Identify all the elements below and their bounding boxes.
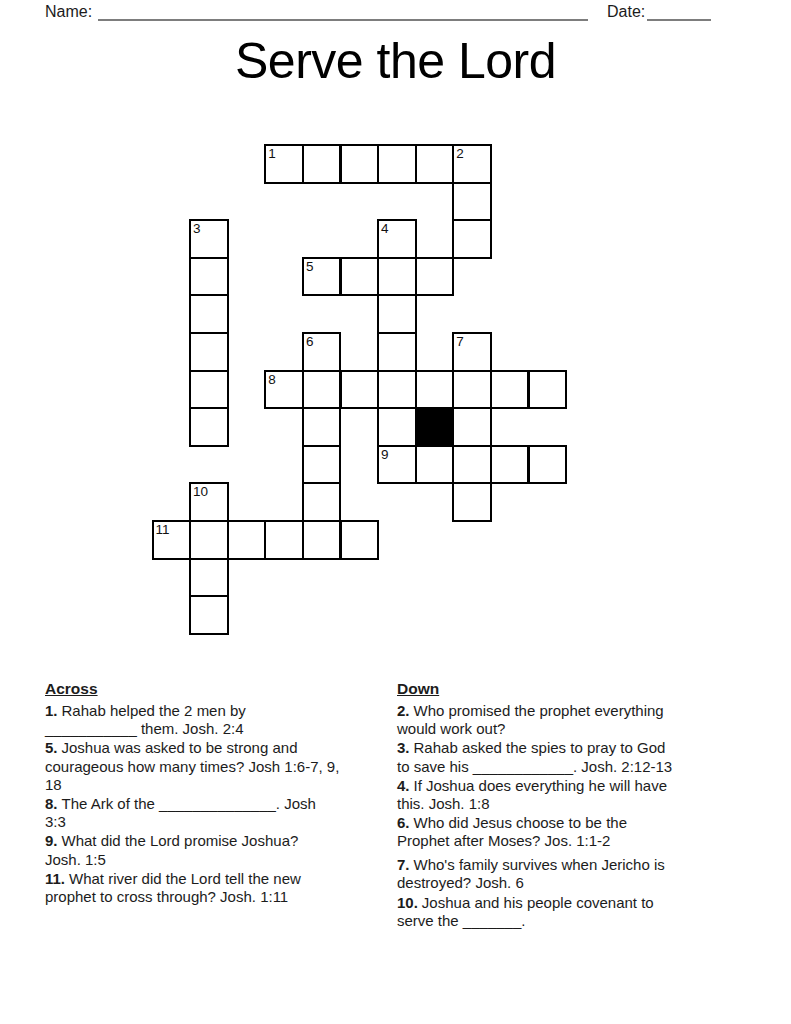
down-clues-section: Down 2.Who promised the prophet everythi… — [397, 680, 777, 931]
cell-number-1: 1 — [268, 146, 276, 161]
cell-r7c4[interactable] — [302, 407, 342, 447]
clue-text: Who's family survives when Jericho is de… — [397, 856, 665, 891]
down-clue-3: 3.Rahab asked the spies to pray to God t… — [397, 739, 777, 775]
clue-number: 6. — [397, 814, 410, 831]
clue-text: If Joshua does everything he will have t… — [397, 777, 667, 812]
clue-number: 3. — [397, 739, 410, 756]
cell-r3c1[interactable] — [189, 257, 229, 297]
cell-r5c1[interactable] — [189, 332, 229, 372]
cell-r6c9[interactable] — [490, 370, 530, 410]
cell-r1c8[interactable] — [452, 182, 492, 222]
cell-r2c1[interactable]: 3 — [189, 219, 229, 259]
cell-r8c7[interactable] — [415, 445, 455, 485]
down-clue-6: 6.Who did Jesus choose to be the Prophet… — [397, 814, 777, 850]
across-clue-9: 9.What did the Lord promise Joshua? Josh… — [45, 832, 395, 868]
cell-number-3: 3 — [193, 221, 201, 236]
clue-text: Rahab asked the spies to pray to God to … — [397, 739, 672, 774]
cell-r0c6[interactable] — [377, 144, 417, 184]
cell-r5c4[interactable]: 6 — [302, 332, 342, 372]
cell-number-2: 2 — [456, 146, 464, 161]
cell-r0c3[interactable]: 1 — [264, 144, 304, 184]
clue-text: Joshua was asked to be strong and courag… — [45, 739, 339, 792]
cell-number-9: 9 — [381, 447, 389, 462]
cell-number-5: 5 — [306, 259, 314, 274]
cell-number-10: 10 — [193, 484, 208, 499]
cell-r6c8[interactable] — [452, 370, 492, 410]
cell-r11c1[interactable] — [189, 558, 229, 598]
cell-r8c6[interactable]: 9 — [377, 445, 417, 485]
cell-r3c4[interactable]: 5 — [302, 257, 342, 297]
clue-number: 11. — [45, 870, 65, 887]
down-clue-7: 7.Who's family survives when Jericho is … — [397, 856, 777, 892]
clue-number: 8. — [45, 795, 58, 812]
cell-r12c1[interactable] — [189, 595, 229, 635]
clue-number: 7. — [397, 856, 410, 873]
clue-number: 4. — [397, 777, 410, 794]
cell-r6c7[interactable] — [415, 370, 455, 410]
cell-r8c4[interactable] — [302, 445, 342, 485]
cell-r4c1[interactable] — [189, 294, 229, 334]
cell-r7c1[interactable] — [189, 407, 229, 447]
clue-number: 2. — [397, 702, 410, 719]
cell-r3c6[interactable] — [377, 257, 417, 297]
clue-number: 10. — [397, 894, 418, 911]
puzzle-title: Serve the Lord — [0, 32, 791, 90]
name-input-line[interactable] — [98, 4, 588, 21]
cell-number-11: 11 — [156, 522, 170, 537]
cell-r6c10[interactable] — [528, 370, 568, 410]
clue-number: 9. — [45, 832, 58, 849]
cell-r3c5[interactable] — [340, 257, 380, 297]
down-clue-2: 2.Who promised the prophet everything wo… — [397, 702, 777, 738]
across-clue-1: 1.Rahab helped the 2 men by ___________ … — [45, 702, 395, 738]
cell-r0c7[interactable] — [415, 144, 455, 184]
crossword-grid: 1234567891011 — [152, 144, 568, 635]
cell-r6c3[interactable]: 8 — [264, 370, 304, 410]
down-heading: Down — [397, 680, 777, 698]
cell-r0c4[interactable] — [302, 144, 342, 184]
cell-r5c6[interactable] — [377, 332, 417, 372]
date-label: Date: — [607, 3, 645, 21]
cell-r10c3[interactable] — [264, 520, 304, 560]
clue-text: Who promised the prophet everything woul… — [397, 702, 664, 737]
cell-r2c8[interactable] — [452, 219, 492, 259]
cell-r6c6[interactable] — [377, 370, 417, 410]
cell-r3c7[interactable] — [415, 257, 455, 297]
cell-r0c8[interactable]: 2 — [452, 144, 492, 184]
cell-r10c0[interactable]: 11 — [152, 520, 192, 560]
cell-number-6: 6 — [306, 334, 314, 349]
cell-r6c1[interactable] — [189, 370, 229, 410]
cell-r2c6[interactable]: 4 — [377, 219, 417, 259]
cell-r10c2[interactable] — [227, 520, 267, 560]
cell-r10c4[interactable] — [302, 520, 342, 560]
cell-r9c8[interactable] — [452, 482, 492, 522]
cell-r6c5[interactable] — [340, 370, 380, 410]
clue-number: 1. — [45, 702, 58, 719]
name-label: Name: — [45, 3, 92, 21]
date-input-line[interactable] — [647, 4, 711, 21]
clue-number: 5. — [45, 739, 58, 756]
cell-r7c6[interactable] — [377, 407, 417, 447]
clue-text: What river did the Lord tell the new pro… — [45, 870, 301, 905]
across-clue-11: 11.What river did the Lord tell the new … — [45, 870, 395, 906]
cell-number-7: 7 — [456, 334, 464, 349]
cell-r10c5[interactable] — [340, 520, 380, 560]
across-clues-section: Across 1.Rahab helped the 2 men by _____… — [45, 680, 395, 907]
across-clue-8: 8.The Ark of the ______________. Josh 3:… — [45, 795, 395, 831]
across-clue-5: 5.Joshua was asked to be strong and cour… — [45, 739, 395, 794]
clue-text: The Ark of the ______________. Josh 3:3 — [45, 795, 316, 830]
clue-text: Rahab helped the 2 men by ___________ th… — [45, 702, 246, 737]
cell-r10c1[interactable] — [189, 520, 229, 560]
cell-number-4: 4 — [381, 221, 389, 236]
cell-r6c4[interactable] — [302, 370, 342, 410]
clue-text: Who did Jesus choose to be the Prophet a… — [397, 814, 627, 849]
cell-r8c10[interactable] — [528, 445, 568, 485]
cell-r0c5[interactable] — [340, 144, 380, 184]
black-cell — [415, 407, 455, 447]
cell-number-8: 8 — [268, 372, 276, 387]
cell-r9c1[interactable]: 10 — [189, 482, 229, 522]
down-clue-4: 4.If Joshua does everything he will have… — [397, 777, 777, 813]
clue-text: Joshua and his people covenant to serve … — [397, 894, 654, 929]
cell-r5c8[interactable]: 7 — [452, 332, 492, 372]
cell-r8c8[interactable] — [452, 445, 492, 485]
cell-r9c4[interactable] — [302, 482, 342, 522]
down-clue-10: 10.Joshua and his people covenant to ser… — [397, 894, 777, 930]
cell-r4c6[interactable] — [377, 294, 417, 334]
cell-r7c8[interactable] — [452, 407, 492, 447]
clue-text: What did the Lord promise Joshua? Josh. … — [45, 832, 298, 867]
across-heading: Across — [45, 680, 395, 698]
cell-r8c9[interactable] — [490, 445, 530, 485]
